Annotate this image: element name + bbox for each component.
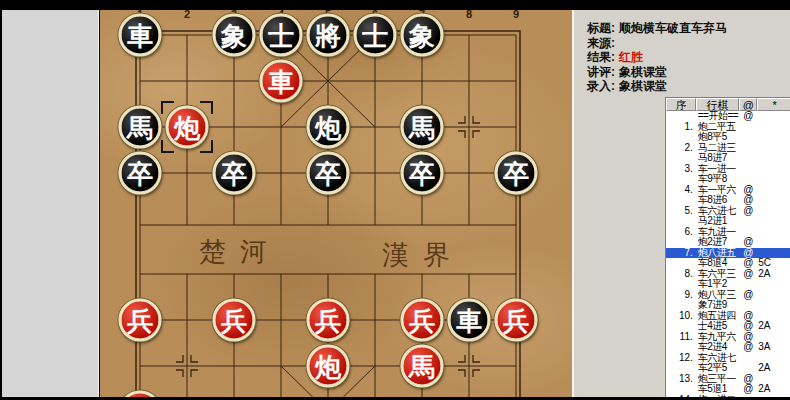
move-row[interactable]: 4.车一平六@ xyxy=(666,185,790,196)
piece-black-elephant[interactable]: 象 xyxy=(213,14,256,57)
piece-black-general[interactable]: 將 xyxy=(307,14,350,57)
move-cell-star: 3A xyxy=(757,342,790,353)
piece-black-soldier[interactable]: 卒 xyxy=(495,152,538,195)
move-cell-at xyxy=(739,300,757,311)
move-cell-mv: 车1平2 xyxy=(696,279,740,290)
move-cell-star xyxy=(757,143,790,154)
piece-black-chariot[interactable]: 車 xyxy=(448,299,491,342)
move-row[interactable]: 8.车六平三@2A xyxy=(666,269,790,280)
piece-red-soldier[interactable]: 兵 xyxy=(401,299,444,342)
move-cell-no: 5. xyxy=(666,206,696,217)
piece-black-advisor[interactable]: 士 xyxy=(260,14,303,57)
move-cell-mv: 车9平8 xyxy=(696,174,740,185)
move-cell-no xyxy=(666,111,696,122)
piece-black-soldier[interactable]: 卒 xyxy=(213,152,256,195)
move-row[interactable]: 13.炮三平一@ xyxy=(666,374,790,385)
move-row[interactable]: 车8退4@5C xyxy=(666,258,790,269)
column-label-9: 9 xyxy=(506,10,526,20)
xiangqi-board[interactable]: 123456789 楚河 漢界 車象士將士象車馬炮炮馬卒卒卒卒卒兵兵兵兵車兵炮馬… xyxy=(100,10,572,397)
move-cell-mv: 炮一进二 xyxy=(696,395,740,398)
move-cell-no xyxy=(666,321,696,332)
move-cell-at xyxy=(739,164,757,175)
move-cell-no: 6. xyxy=(666,227,696,238)
move-cell-star: 2A xyxy=(757,384,790,395)
move-row[interactable]: 马8进7 xyxy=(666,153,790,164)
move-cell-at xyxy=(739,122,757,133)
move-cell-no: 7. xyxy=(666,248,696,259)
move-row[interactable]: 士4进5@2A xyxy=(666,321,790,332)
column-label-8: 8 xyxy=(459,10,479,20)
move-cell-at: @ xyxy=(739,195,757,206)
xiangqi-app-window: 123456789 楚河 漢界 車象士將士象車馬炮炮馬卒卒卒卒卒兵兵兵兵車兵炮馬… xyxy=(0,0,790,400)
move-cell-no xyxy=(666,384,696,395)
info-value: 象棋课堂 xyxy=(619,65,667,79)
column-label-2: 2 xyxy=(177,10,197,20)
move-cell-no xyxy=(666,132,696,143)
move-cell-no xyxy=(666,279,696,290)
move-cell-star xyxy=(757,237,790,248)
piece-red-cannon[interactable]: 炮 xyxy=(166,106,209,149)
info-value: 象棋课堂 xyxy=(619,79,667,93)
move-cell-star xyxy=(757,174,790,185)
move-cell-mv: 车2平5 xyxy=(696,363,740,374)
move-cell-star xyxy=(757,279,790,290)
piece-black-cannon[interactable]: 炮 xyxy=(307,106,350,149)
move-cell-star xyxy=(757,206,790,217)
move-row[interactable]: 车2平52A xyxy=(666,363,790,374)
info-field-0: 标题:顺炮横车破直车弃马 xyxy=(587,20,727,35)
move-cell-mv: 士4进5 xyxy=(696,321,740,332)
piece-black-soldier[interactable]: 卒 xyxy=(119,152,162,195)
move-cell-no: 9. xyxy=(666,290,696,301)
move-cell-at xyxy=(739,143,757,154)
move-cell-star xyxy=(757,195,790,206)
move-cell-star xyxy=(757,111,790,122)
move-cell-mv: ==开始== xyxy=(696,111,740,122)
move-cell-mv: 马8进7 xyxy=(696,153,740,164)
move-cell-at: @ xyxy=(739,269,757,280)
move-row[interactable]: 车5退1@2A xyxy=(666,384,790,395)
piece-red-soldier[interactable]: 兵 xyxy=(119,299,162,342)
move-cell-at: @ xyxy=(739,321,757,332)
game-info-block: 标题:顺炮横车破直车弃马来源:结果:红胜讲评:象棋课堂录入:象棋课堂 xyxy=(587,20,727,93)
piece-red-cannon[interactable]: 炮 xyxy=(307,345,350,388)
move-cell-star xyxy=(757,227,790,238)
move-cell-at xyxy=(739,279,757,290)
move-row[interactable]: 11.车九平六@ xyxy=(666,332,790,343)
move-list[interactable]: 序行棋@* ==开始==@1.炮二平五炮8平52.马二进三马8进73.车一进一车… xyxy=(665,97,790,397)
piece-black-advisor[interactable]: 士 xyxy=(354,14,397,57)
move-cell-at xyxy=(739,153,757,164)
move-cell-at: @ xyxy=(739,342,757,353)
move-cell-no: 11. xyxy=(666,332,696,343)
move-cell-star: 5C xyxy=(757,258,790,269)
piece-red-horse[interactable]: 馬 xyxy=(401,345,444,388)
move-cell-mv: 车5退1 xyxy=(696,384,740,395)
piece-black-soldier[interactable]: 卒 xyxy=(307,152,350,195)
river-text-right: 漢界 xyxy=(382,237,464,273)
move-cell-at: @ xyxy=(739,258,757,269)
info-field-2: 结果:红胜 xyxy=(587,49,727,64)
move-cell-no xyxy=(666,174,696,185)
move-cell-at: @ xyxy=(739,206,757,217)
piece-red-soldier[interactable]: 兵 xyxy=(307,299,350,342)
info-label: 讲评: xyxy=(587,65,615,79)
move-cell-mv: 马2进1 xyxy=(696,216,740,227)
info-value: 红胜 xyxy=(619,50,643,64)
move-cell-no: 10. xyxy=(666,311,696,322)
move-cell-at xyxy=(739,363,757,374)
piece-black-horse[interactable]: 馬 xyxy=(119,106,162,149)
move-cell-no: 12. xyxy=(666,353,696,364)
move-row[interactable]: 2.马二进三 xyxy=(666,143,790,154)
move-cell-no: 8. xyxy=(666,269,696,280)
move-cell-mv: 炮8平5 xyxy=(696,132,740,143)
move-cell-star xyxy=(757,216,790,227)
move-cell-no xyxy=(666,153,696,164)
move-cell-mv: 车8进6 xyxy=(696,195,740,206)
move-cell-star xyxy=(757,132,790,143)
move-cell-no xyxy=(666,258,696,269)
move-cell-no xyxy=(666,237,696,248)
piece-red-chariot[interactable]: 車 xyxy=(260,60,303,103)
move-row[interactable]: 5.车六进七@ xyxy=(666,206,790,217)
move-cell-at xyxy=(739,216,757,227)
move-cell-mv: 车8退4 xyxy=(696,258,740,269)
move-cell-no: 13. xyxy=(666,374,696,385)
info-field-3: 讲评:象棋课堂 xyxy=(587,64,727,79)
move-row[interactable]: 6.车九进一 xyxy=(666,227,790,238)
move-cell-no xyxy=(666,300,696,311)
move-row[interactable]: 12.车六进七 xyxy=(666,353,790,364)
move-cell-no: 14. xyxy=(666,395,696,398)
move-row[interactable]: ==开始==@ xyxy=(666,111,790,122)
move-cell-no: 2. xyxy=(666,143,696,154)
piece-black-soldier[interactable]: 卒 xyxy=(401,152,444,195)
piece-black-chariot[interactable]: 車 xyxy=(119,14,162,57)
move-cell-star xyxy=(757,164,790,175)
move-cell-at xyxy=(739,174,757,185)
move-row[interactable]: 车2进4@3A xyxy=(666,342,790,353)
move-cell-mv: 象7进9 xyxy=(696,300,740,311)
info-label: 标题: xyxy=(587,21,615,35)
move-cell-star xyxy=(757,300,790,311)
move-cell-star xyxy=(757,395,790,398)
piece-black-horse[interactable]: 馬 xyxy=(401,106,444,149)
move-row-selected[interactable]: 7.炮八进五@ xyxy=(666,248,790,259)
move-row[interactable]: 车8进6@ xyxy=(666,195,790,206)
move-cell-star xyxy=(757,122,790,133)
move-row[interactable]: 10.炮五进四@ xyxy=(666,311,790,322)
move-cell-at: @ xyxy=(739,290,757,301)
move-row[interactable]: 9.炮八平三@ xyxy=(666,290,790,301)
move-row[interactable]: 车9平8 xyxy=(666,174,790,185)
move-cell-star: 2A xyxy=(757,363,790,374)
move-cell-no xyxy=(666,363,696,374)
info-label: 来源: xyxy=(587,36,615,50)
move-cell-mv: 车2进4 xyxy=(696,342,740,353)
move-cell-at xyxy=(739,395,757,398)
move-list-body[interactable]: ==开始==@1.炮二平五炮8平52.马二进三马8进73.车一进一车9平84.车… xyxy=(666,111,790,397)
piece-red-soldier[interactable]: 兵 xyxy=(213,299,256,342)
info-field-1: 来源: xyxy=(587,35,727,50)
move-cell-at: @ xyxy=(739,237,757,248)
move-list-header-1[interactable]: 序 xyxy=(666,98,696,111)
move-row[interactable]: 马2进1 xyxy=(666,216,790,227)
move-list-header-4[interactable]: * xyxy=(757,98,790,111)
move-cell-no xyxy=(666,216,696,227)
move-cell-no xyxy=(666,342,696,353)
move-cell-at xyxy=(739,132,757,143)
move-cell-no: 4. xyxy=(666,185,696,196)
info-label: 录入: xyxy=(587,79,615,93)
info-label: 结果: xyxy=(587,50,615,64)
move-row[interactable]: 象7进9 xyxy=(666,300,790,311)
move-cell-at: @ xyxy=(739,384,757,395)
game-info-panel: 标题:顺炮横车破直车弃马来源:结果:红胜讲评:象棋课堂录入:象棋课堂 序行棋@*… xyxy=(572,10,790,397)
move-cell-star xyxy=(757,290,790,301)
move-row[interactable]: 1.炮二平五 xyxy=(666,122,790,133)
move-row[interactable]: 3.车一进一 xyxy=(666,164,790,175)
piece-red-soldier[interactable]: 兵 xyxy=(495,299,538,342)
move-cell-no xyxy=(666,195,696,206)
move-row[interactable]: 车1平2 xyxy=(666,279,790,290)
info-value: 顺炮横车破直车弃马 xyxy=(619,21,727,35)
move-cell-no: 1. xyxy=(666,122,696,133)
move-row[interactable]: 炮8平5 xyxy=(666,132,790,143)
left-gutter-panel xyxy=(2,10,99,397)
move-cell-star xyxy=(757,153,790,164)
move-cell-no: 3. xyxy=(666,164,696,175)
move-row[interactable]: 炮2进7@ xyxy=(666,237,790,248)
move-cell-at: @ xyxy=(739,111,757,122)
move-cell-star: 2A xyxy=(757,269,790,280)
move-cell-star xyxy=(757,185,790,196)
move-cell-at xyxy=(739,353,757,364)
move-cell-mv: 炮2进7 xyxy=(696,237,740,248)
river-text-left: 楚河 xyxy=(199,234,281,270)
move-row[interactable]: 14.炮一进二 xyxy=(666,395,790,398)
info-field-4: 录入:象棋课堂 xyxy=(587,78,727,93)
piece-black-elephant[interactable]: 象 xyxy=(401,14,444,57)
move-cell-star: 2A xyxy=(757,321,790,332)
